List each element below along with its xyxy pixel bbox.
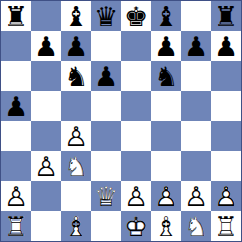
piece-black-pawn[interactable]: ♟ [211, 31, 241, 61]
piece-white-pawn[interactable]: ♟♙ [1, 181, 31, 211]
square-f2[interactable]: ♟♙ [151, 181, 181, 211]
square-d8[interactable]: ♛ [91, 1, 121, 31]
piece-white-pawn[interactable]: ♟♙ [151, 181, 181, 211]
square-g3[interactable] [181, 151, 211, 181]
square-d3[interactable] [91, 151, 121, 181]
white-piece-outline-glyph: ♔ [121, 211, 151, 241]
piece-black-pawn[interactable]: ♟ [61, 31, 91, 61]
square-c5[interactable] [61, 91, 91, 121]
square-c2[interactable] [61, 181, 91, 211]
piece-white-pawn[interactable]: ♟♙ [121, 181, 151, 211]
square-b5[interactable] [31, 91, 61, 121]
square-b3[interactable]: ♟♙ [31, 151, 61, 181]
square-g7[interactable]: ♟ [181, 31, 211, 61]
square-c3[interactable]: ♞♘ [61, 151, 91, 181]
square-g2[interactable]: ♟♙ [181, 181, 211, 211]
piece-white-pawn[interactable]: ♟♙ [31, 151, 61, 181]
black-piece-glyph: ♟ [91, 61, 121, 91]
square-f7[interactable]: ♟ [151, 31, 181, 61]
black-piece-glyph: ♛ [91, 1, 121, 31]
square-f5[interactable] [151, 91, 181, 121]
square-e8[interactable]: ♚ [121, 1, 151, 31]
square-b4[interactable] [31, 121, 61, 151]
square-d6[interactable]: ♟ [91, 61, 121, 91]
square-e5[interactable] [121, 91, 151, 121]
square-d1[interactable] [91, 211, 121, 241]
piece-black-rook[interactable]: ♜ [211, 1, 241, 31]
square-g1[interactable]: ♞♘ [181, 211, 211, 241]
square-a2[interactable]: ♟♙ [1, 181, 31, 211]
square-g6[interactable] [181, 61, 211, 91]
chess-board: ♜♝♛♚♝♜♟♟♟♟♟♞♟♞♟♟♙♟♙♞♘♟♙♛♕♟♙♟♙♟♙♟♙♜♖♝♗♚♔♝… [0, 0, 242, 242]
square-a6[interactable] [1, 61, 31, 91]
square-c8[interactable]: ♝ [61, 1, 91, 31]
piece-black-pawn[interactable]: ♟ [1, 91, 31, 121]
piece-white-pawn[interactable]: ♟♙ [181, 181, 211, 211]
black-piece-glyph: ♟ [61, 31, 91, 61]
white-piece-outline-glyph: ♖ [211, 211, 241, 241]
piece-black-pawn[interactable]: ♟ [31, 31, 61, 61]
square-a8[interactable]: ♜ [1, 1, 31, 31]
square-h1[interactable]: ♜♖ [211, 211, 241, 241]
square-b6[interactable] [31, 61, 61, 91]
white-piece-outline-glyph: ♙ [211, 181, 241, 211]
piece-white-queen[interactable]: ♛♕ [91, 181, 121, 211]
square-f3[interactable] [151, 151, 181, 181]
piece-black-rook[interactable]: ♜ [1, 1, 31, 31]
black-piece-glyph: ♚ [121, 1, 151, 31]
square-d4[interactable] [91, 121, 121, 151]
square-c1[interactable]: ♝♗ [61, 211, 91, 241]
piece-black-bishop[interactable]: ♝ [61, 1, 91, 31]
black-piece-glyph: ♟ [211, 31, 241, 61]
white-piece-outline-glyph: ♖ [1, 211, 31, 241]
piece-black-bishop[interactable]: ♝ [151, 1, 181, 31]
piece-black-king[interactable]: ♚ [121, 1, 151, 31]
square-b8[interactable] [31, 1, 61, 31]
black-piece-glyph: ♞ [61, 61, 91, 91]
piece-white-pawn[interactable]: ♟♙ [211, 181, 241, 211]
black-piece-glyph: ♟ [151, 31, 181, 61]
square-b7[interactable]: ♟ [31, 31, 61, 61]
piece-black-knight[interactable]: ♞ [151, 61, 181, 91]
square-d7[interactable] [91, 31, 121, 61]
square-c7[interactable]: ♟ [61, 31, 91, 61]
white-piece-outline-glyph: ♙ [181, 181, 211, 211]
square-a5[interactable]: ♟ [1, 91, 31, 121]
square-g8[interactable] [181, 1, 211, 31]
square-b2[interactable] [31, 181, 61, 211]
piece-white-king[interactable]: ♚♔ [121, 211, 151, 241]
piece-black-queen[interactable]: ♛ [91, 1, 121, 31]
white-piece-outline-glyph: ♙ [1, 181, 31, 211]
square-a1[interactable]: ♜♖ [1, 211, 31, 241]
black-piece-glyph: ♜ [211, 1, 241, 31]
square-e7[interactable] [121, 31, 151, 61]
square-h2[interactable]: ♟♙ [211, 181, 241, 211]
square-g4[interactable] [181, 121, 211, 151]
piece-white-pawn[interactable]: ♟♙ [61, 121, 91, 151]
black-piece-glyph: ♜ [1, 1, 31, 31]
square-a3[interactable] [1, 151, 31, 181]
piece-black-pawn[interactable]: ♟ [151, 31, 181, 61]
square-d5[interactable] [91, 91, 121, 121]
white-piece-outline-glyph: ♕ [91, 181, 121, 211]
square-b1[interactable] [31, 211, 61, 241]
black-piece-glyph: ♞ [151, 61, 181, 91]
piece-white-knight[interactable]: ♞♘ [61, 151, 91, 181]
square-e6[interactable] [121, 61, 151, 91]
square-f6[interactable]: ♞ [151, 61, 181, 91]
white-piece-outline-glyph: ♘ [61, 151, 91, 181]
white-piece-outline-glyph: ♙ [61, 121, 91, 151]
black-piece-glyph: ♝ [61, 1, 91, 31]
square-f4[interactable] [151, 121, 181, 151]
white-piece-outline-glyph: ♘ [181, 211, 211, 241]
square-e2[interactable]: ♟♙ [121, 181, 151, 211]
piece-white-bishop[interactable]: ♝♗ [61, 211, 91, 241]
square-e3[interactable] [121, 151, 151, 181]
black-piece-glyph: ♟ [31, 31, 61, 61]
square-h3[interactable] [211, 151, 241, 181]
white-piece-outline-glyph: ♙ [151, 181, 181, 211]
piece-black-pawn[interactable]: ♟ [181, 31, 211, 61]
square-c6[interactable]: ♞ [61, 61, 91, 91]
white-piece-outline-glyph: ♗ [61, 211, 91, 241]
square-e1[interactable]: ♚♔ [121, 211, 151, 241]
black-piece-glyph: ♝ [151, 1, 181, 31]
square-g5[interactable] [181, 91, 211, 121]
white-piece-outline-glyph: ♙ [31, 151, 61, 181]
square-f1[interactable]: ♝♗ [151, 211, 181, 241]
square-h5[interactable] [211, 91, 241, 121]
piece-black-pawn[interactable]: ♟ [91, 61, 121, 91]
square-f8[interactable]: ♝ [151, 1, 181, 31]
white-piece-outline-glyph: ♙ [121, 181, 151, 211]
piece-black-knight[interactable]: ♞ [61, 61, 91, 91]
white-piece-outline-glyph: ♗ [151, 211, 181, 241]
square-d2[interactable]: ♛♕ [91, 181, 121, 211]
square-a7[interactable] [1, 31, 31, 61]
piece-white-rook[interactable]: ♜♖ [211, 211, 241, 241]
square-e4[interactable] [121, 121, 151, 151]
piece-white-bishop[interactable]: ♝♗ [151, 211, 181, 241]
square-h7[interactable]: ♟ [211, 31, 241, 61]
square-c4[interactable]: ♟♙ [61, 121, 91, 151]
black-piece-glyph: ♟ [181, 31, 211, 61]
piece-white-knight[interactable]: ♞♘ [181, 211, 211, 241]
black-piece-glyph: ♟ [1, 91, 31, 121]
piece-white-rook[interactable]: ♜♖ [1, 211, 31, 241]
square-h6[interactable] [211, 61, 241, 91]
square-h4[interactable] [211, 121, 241, 151]
square-a4[interactable] [1, 121, 31, 151]
square-h8[interactable]: ♜ [211, 1, 241, 31]
